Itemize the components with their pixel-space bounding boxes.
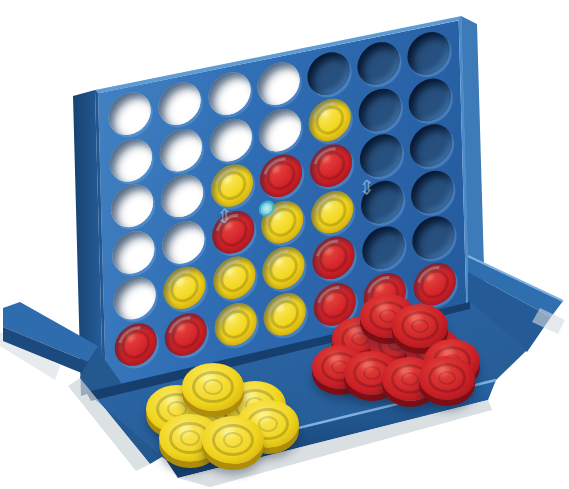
tray-red-disc [419,356,475,400]
right-wing-tip-sheen [532,308,565,334]
filled-hole [309,95,352,145]
tray-right-wing-top [468,256,563,317]
cell-a1 [110,316,161,372]
filled-hole [311,187,354,237]
cell-b1 [160,306,211,362]
empty-hole [360,131,403,181]
red-disc [413,259,456,309]
filled-hole [262,243,305,293]
yellow-disc [311,187,354,237]
empty-hole [358,85,401,135]
yellow-disc [309,95,352,145]
empty-hole [357,39,400,89]
filled-hole [213,253,256,303]
yellow-disc [163,263,206,313]
filled-hole [312,233,355,283]
yellow-disc [214,299,257,349]
left-wing-shadow [0,332,60,380]
filled-hole [164,309,207,359]
filled-hole [214,299,257,349]
filled-hole [264,289,307,339]
tray-yellow-disc [202,416,264,464]
tray-left-wing-top [3,302,98,362]
up-down-arrow-icon: ⇕ [216,204,234,228]
tray-left-wing-front [3,327,88,374]
empty-hole [407,28,450,78]
empty-hole [408,75,451,125]
filled-hole [114,319,157,369]
red-disc [312,233,355,283]
empty-hole [161,217,204,267]
tray-left-bottom-sheen [68,378,150,471]
empty-hole [113,273,156,323]
tray-yellow-disc [182,363,244,411]
empty-hole [411,167,454,217]
empty-hole [412,213,455,263]
empty-hole [158,79,201,129]
empty-hole [307,49,350,99]
empty-hole [257,59,300,109]
empty-hole [159,125,202,175]
red-disc [310,141,353,191]
empty-hole [108,89,151,139]
empty-hole [160,171,203,221]
filled-hole [413,259,456,309]
yellow-disc [262,243,305,293]
yellow-disc [264,289,307,339]
empty-hole [209,115,252,165]
cell-c1 [210,296,261,352]
filled-hole [310,141,353,191]
filled-hole [260,151,303,201]
red-disc [164,309,207,359]
up-down-arrow-icon: ⇕ [358,175,376,199]
empty-hole [362,223,405,273]
tray-right-wall [468,272,551,352]
yellow-disc [213,253,256,303]
red-disc [114,319,157,369]
cell-d1 [260,286,311,342]
empty-hole [109,135,152,185]
empty-hole [259,105,302,155]
empty-hole [208,69,251,119]
connect-four-scene: ⇕⇕ [0,0,569,489]
red-disc [260,151,303,201]
empty-hole [112,227,155,277]
tray-right-wing-edge-highlight [468,256,563,301]
filled-hole [163,263,206,313]
empty-hole [110,181,153,231]
empty-hole [409,121,452,171]
